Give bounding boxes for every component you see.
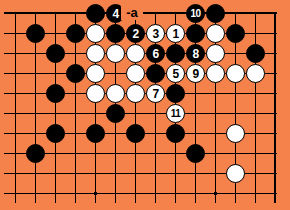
grid-line-v	[55, 12, 56, 203]
stone-white-move-9: 9	[186, 64, 205, 83]
stone-black	[186, 144, 205, 163]
stone-black	[46, 124, 65, 143]
stone-white	[86, 24, 105, 43]
stone-black-move-6: 6	[146, 44, 165, 63]
move-number: 7	[152, 88, 158, 100]
stone-white	[246, 64, 265, 83]
stone-black	[226, 24, 245, 43]
grid-line-h	[4, 113, 277, 114]
stone-white	[86, 64, 105, 83]
stone-white	[126, 64, 145, 83]
stone-black-move-8: 8	[186, 44, 205, 63]
go-board: 4102316859711-a	[0, 0, 290, 210]
stone-black	[166, 44, 185, 63]
stone-white	[206, 64, 225, 83]
star-point	[94, 192, 97, 195]
stone-white	[86, 84, 105, 103]
point-label-a: -a	[121, 5, 143, 20]
stone-black	[206, 4, 225, 23]
stone-white-move-7: 7	[146, 84, 165, 103]
stone-white-move-11: 11	[166, 104, 185, 123]
grid-line-h	[4, 193, 277, 194]
grid-line-v	[15, 12, 16, 203]
stone-black	[86, 124, 105, 143]
stone-white	[106, 44, 125, 63]
stone-white	[206, 24, 225, 43]
stone-white	[86, 44, 105, 63]
stone-black	[186, 24, 205, 43]
stone-white-move-3: 3	[146, 24, 165, 43]
move-number: 5	[172, 68, 178, 80]
stone-black	[66, 64, 85, 83]
stone-white	[226, 64, 245, 83]
stone-black	[166, 124, 185, 143]
stone-black	[46, 44, 65, 63]
move-number: 8	[192, 48, 198, 60]
stone-black-move-10: 10	[186, 4, 205, 23]
stone-black	[66, 24, 85, 43]
stone-white-move-5: 5	[166, 64, 185, 83]
stone-black-move-2: 2	[126, 24, 145, 43]
move-number: 1	[172, 28, 178, 40]
stone-black	[146, 64, 165, 83]
stone-black	[246, 44, 265, 63]
move-number: 10	[190, 9, 200, 19]
stone-black	[26, 144, 45, 163]
stone-black	[26, 24, 45, 43]
stone-black	[106, 104, 125, 123]
stone-black	[126, 124, 145, 143]
move-number: 4	[112, 8, 118, 20]
board-edge-right	[274, 12, 276, 203]
stone-white	[226, 124, 245, 143]
stone-white	[206, 44, 225, 63]
stone-black	[106, 24, 125, 43]
star-point	[214, 192, 217, 195]
grid-line-v	[255, 12, 256, 203]
stone-black	[86, 4, 105, 23]
move-number: 3	[152, 28, 158, 40]
stone-white	[126, 44, 145, 63]
stone-white	[106, 84, 125, 103]
stone-white	[126, 84, 145, 103]
stone-white	[226, 164, 245, 183]
move-number: 9	[192, 68, 198, 80]
move-number: 11	[171, 109, 181, 119]
stone-white-move-1: 1	[166, 24, 185, 43]
move-number: 6	[152, 48, 158, 60]
stone-black	[166, 84, 185, 103]
stone-black	[46, 84, 65, 103]
move-number: 2	[132, 28, 138, 40]
